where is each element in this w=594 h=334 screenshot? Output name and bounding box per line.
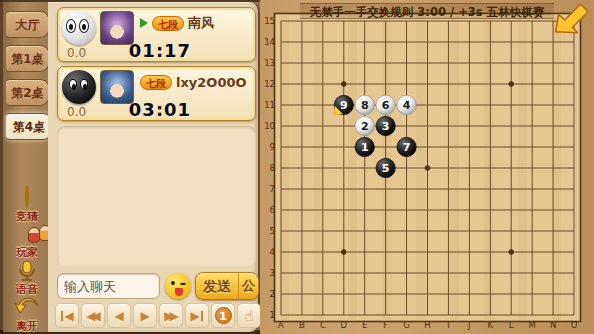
coin-icon: 竞猜	[5, 209, 49, 224]
first-move-button[interactable]: ◀	[55, 303, 79, 328]
row-label-7: 7	[270, 184, 275, 194]
player-panel-white: 七段 南风 0.0 01:17	[57, 7, 256, 62]
fast-forward-button[interactable]: ▶▶	[159, 303, 183, 328]
stone-number-9: 9	[340, 99, 348, 112]
emoji-wink	[180, 281, 186, 285]
step-backward-button[interactable]: ◀	[107, 303, 131, 328]
star-point-D4	[341, 249, 346, 254]
row-label-3: 3	[270, 268, 275, 278]
last-move-button[interactable]: ▶	[185, 303, 209, 328]
col-label-B: B	[299, 320, 305, 330]
move-number-toggle-button[interactable]: 1	[211, 303, 235, 328]
col-label-E: E	[362, 320, 367, 330]
eye-icon	[66, 19, 76, 33]
row-label-1: 1	[270, 310, 275, 320]
left-panel: 七段 南风 0.0 01:17 七段 lxy2O00O 0.0 03:01	[48, 2, 260, 332]
row-label-15: 15	[264, 16, 275, 26]
sidebar-tab-1[interactable]: 大厅	[6, 11, 50, 38]
players-icon: 玩家	[5, 245, 49, 260]
row-label-14: 14	[264, 37, 275, 47]
player-clock: 01:17	[110, 40, 210, 61]
stone-number-3: 3	[382, 120, 390, 133]
stone-number-7: 7	[403, 141, 411, 154]
sidebar-button-players[interactable]: 玩家	[5, 223, 49, 260]
microphone-icon: 语音	[5, 282, 49, 297]
eye-icon	[79, 19, 89, 33]
white-stone-avatar	[62, 11, 96, 45]
row-label-13: 13	[264, 58, 275, 68]
sidebar-tab-4[interactable]: 第4桌	[6, 113, 53, 140]
send-button-group: 发送 公	[195, 272, 259, 300]
col-label-N: N	[550, 320, 556, 330]
emoji-eye	[171, 281, 175, 285]
player-panel-black: 七段 lxy2O00O 0.0 03:01	[57, 66, 256, 121]
black-stone-avatar	[62, 70, 96, 104]
player-score: 0.0	[67, 105, 86, 119]
stone-number-6: 6	[382, 99, 390, 112]
col-label-O: O	[571, 320, 578, 330]
board-area: ABCDEFGHIJKLMNO1234567891011121314151234…	[260, 0, 594, 334]
col-label-A: A	[278, 320, 284, 330]
leave-arrow-icon: 离开	[5, 319, 49, 334]
eye-icon	[69, 79, 77, 89]
hand-pointer-button[interactable]: ☝	[237, 303, 261, 328]
stone-number-8: 8	[361, 99, 369, 112]
sidebar-button-coin[interactable]: 竞猜	[5, 187, 49, 224]
public-channel-button[interactable]: 公	[238, 273, 258, 299]
col-label-K: K	[487, 320, 493, 330]
star-point-H8	[425, 165, 430, 170]
col-label-L: L	[509, 320, 514, 330]
collapse-panel-arrow-icon[interactable]	[549, 2, 589, 35]
player-name: 南风	[188, 14, 214, 32]
row-label-10: 10	[264, 121, 275, 131]
col-label-F: F	[383, 320, 388, 330]
sidebar-button-leave-arrow[interactable]: 离开	[5, 297, 49, 334]
star-point-L12	[509, 81, 514, 86]
col-label-M: M	[528, 320, 535, 330]
star-point-D12	[341, 81, 346, 86]
gomoku-board[interactable]: ABCDEFGHIJKLMNO1234567891011121314151234…	[260, 0, 594, 334]
col-label-H: H	[424, 320, 430, 330]
row-label-6: 6	[270, 205, 275, 215]
col-label-I: I	[447, 320, 450, 330]
row-label-2: 2	[270, 289, 275, 299]
stone-number-1: 1	[361, 141, 369, 154]
row-label-12: 12	[264, 79, 275, 89]
player-clock: 03:01	[110, 99, 210, 120]
rank-badge: 七段	[140, 75, 172, 90]
star-point-L4	[509, 249, 514, 254]
col-label-J: J	[467, 320, 471, 330]
stone-number-2: 2	[361, 120, 369, 133]
step-forward-button[interactable]: ▶	[133, 303, 157, 328]
col-label-D: D	[341, 320, 348, 330]
sidebar-button-microphone[interactable]: 语音	[5, 260, 49, 297]
game-window: 大厅第1桌第2桌第4桌 竞猜玩家语音离开 七段 南风 0.0 01:17	[0, 0, 594, 334]
chat-input[interactable]	[57, 273, 160, 299]
rank-badge: 七段	[152, 16, 184, 31]
chat-history[interactable]	[57, 126, 256, 267]
player-score: 0.0	[67, 46, 86, 60]
sidebar: 大厅第1桌第2桌第4桌 竞猜玩家语音离开	[3, 2, 49, 332]
col-label-G: G	[403, 320, 410, 330]
sidebar-tab-2[interactable]: 第1桌	[6, 45, 50, 72]
eye-icon	[80, 79, 88, 89]
sidebar-tab-3[interactable]: 第2桌	[6, 79, 50, 106]
fast-backward-button[interactable]: ◀◀	[81, 303, 105, 328]
row-label-11: 11	[264, 100, 275, 110]
playback-controls: ◀◀◀◀▶▶▶▶1☝	[55, 303, 261, 328]
emoji-button[interactable]	[165, 273, 191, 299]
row-label-5: 5	[270, 226, 275, 236]
row-label-4: 4	[270, 247, 275, 257]
player-name: lxy2O00O	[176, 75, 247, 90]
col-label-C: C	[320, 320, 326, 330]
row-label-8: 8	[270, 163, 275, 173]
send-button[interactable]: 发送	[196, 273, 238, 299]
stone-number-5: 5	[382, 162, 390, 175]
emoji-tongue	[175, 288, 183, 296]
stone-number-4: 4	[403, 99, 411, 112]
row-label-9: 9	[270, 142, 275, 152]
turn-indicator-icon	[140, 18, 148, 28]
